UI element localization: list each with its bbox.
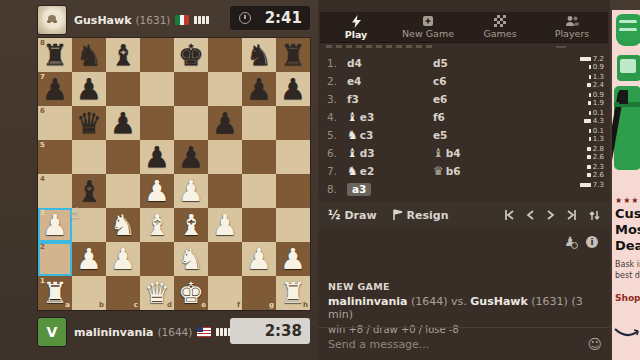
move-times: 2.32.6 [556, 164, 604, 179]
black-pawn[interactable]: ♟ [72, 72, 106, 106]
white-rook[interactable]: ♜ [38, 276, 72, 310]
ad-headline: Most [615, 222, 640, 237]
white-pawn[interactable]: ♟ [38, 208, 72, 242]
file-label: f [237, 301, 240, 309]
checkerboard-icon [494, 15, 506, 27]
first-move-icon[interactable] [503, 209, 515, 221]
square-a1[interactable]: 1a♜ [38, 276, 72, 310]
black-move[interactable]: d5 [433, 57, 519, 69]
square-b6[interactable]: ♛ [72, 106, 106, 140]
white-queen[interactable]: ♛ [140, 276, 174, 310]
piece-icon: ♞ [347, 130, 358, 140]
move-row: 7.♞e2♛b62.32.6 [318, 162, 610, 180]
move-number: 2. [327, 75, 347, 87]
white-pawn[interactable]: ♟ [140, 174, 174, 208]
square-g6[interactable] [242, 106, 276, 140]
black-move[interactable]: ♛b6 [433, 165, 519, 177]
square-c5[interactable] [106, 140, 140, 174]
square-c7[interactable] [106, 72, 140, 106]
nav-bar: PlayNew GameGamesPlayers [320, 12, 608, 43]
white-rook[interactable]: ♜ [276, 276, 310, 310]
white-move[interactable]: ♞e2 [347, 165, 433, 177]
square-g3[interactable] [242, 208, 276, 242]
file-label: g [269, 301, 274, 309]
square-c4[interactable] [106, 174, 140, 208]
player-rating: (1631) [136, 14, 171, 26]
square-e4[interactable]: ♟ [174, 174, 208, 208]
square-g5[interactable] [242, 140, 276, 174]
square-d6[interactable] [140, 106, 174, 140]
white-king[interactable]: ♚ [174, 276, 208, 310]
square-a8[interactable]: 8♜ [38, 38, 72, 72]
white-move[interactable]: d4 [347, 57, 433, 69]
tab-players[interactable]: Players [536, 12, 608, 42]
square-f3[interactable]: ♟ [208, 208, 242, 242]
black-knight[interactable]: ♞ [72, 38, 106, 72]
white-bishop[interactable]: ♝ [140, 208, 174, 242]
black-move[interactable]: e6 [433, 93, 519, 105]
move-number: 1. [327, 57, 347, 69]
square-b7[interactable]: ♟ [72, 72, 106, 106]
white-knight[interactable]: ♞ [174, 242, 208, 276]
blurred-text-dash [556, 46, 566, 48]
move-number: 6. [327, 147, 347, 159]
draw-button[interactable]: ½ Draw [328, 208, 377, 222]
square-g2[interactable]: ♟ [242, 242, 276, 276]
square-f6[interactable]: ♟ [208, 106, 242, 140]
black-pawn[interactable]: ♟ [208, 106, 242, 140]
black-pawn[interactable]: ♟ [140, 140, 174, 174]
square-e8[interactable]: ♚ [174, 38, 208, 72]
chat-input[interactable]: Send a message... [328, 338, 587, 351]
square-a6[interactable]: 6 [38, 106, 72, 140]
flag-icon [393, 209, 403, 221]
ad-headline: Custo [615, 206, 640, 221]
ad-stars: ★★★★ [615, 196, 640, 205]
square-d3[interactable]: ♝ [140, 208, 174, 242]
ad-body-text: best dea [615, 271, 640, 280]
move-times: 7.3 [556, 182, 604, 197]
square-d8[interactable] [140, 38, 174, 72]
square-c3[interactable]: ♞ [106, 208, 140, 242]
matchup-line: malininvania (1644) vs. GusHawk (1631) (… [328, 295, 602, 321]
square-c6[interactable]: ♟ [106, 106, 140, 140]
game-panel: PlayNew GameGamesPlayers 1.d4d57.20.92.e… [318, 0, 610, 360]
tab-new-game[interactable]: New Game [392, 12, 464, 42]
move-row: 8.a37.3 [318, 180, 610, 198]
white-move[interactable]: f3 [347, 93, 433, 105]
lightning-icon [351, 15, 362, 28]
black-bishop[interactable]: ♝ [106, 38, 140, 72]
square-d1[interactable]: d♛ [140, 276, 174, 310]
rank-label: 5 [40, 141, 45, 149]
move-times: 0.14.3 [556, 110, 604, 125]
white-bishop[interactable]: ♝ [174, 208, 208, 242]
move-row: 3.f3e60.91.9 [318, 90, 610, 108]
clock-icon [239, 12, 251, 24]
move-row: 4.♝e3f60.14.3 [318, 108, 610, 126]
white-pawn[interactable]: ♟ [174, 174, 208, 208]
resign-button[interactable]: Resign [393, 208, 449, 222]
square-g8[interactable]: ♞ [242, 38, 276, 72]
white-move[interactable]: ♞c3 [347, 129, 433, 141]
piece-icon: ♝ [347, 112, 358, 122]
white-move[interactable]: a3 [347, 183, 433, 196]
square-e1[interactable]: e♚ [174, 276, 208, 310]
white-pawn[interactable]: ♟ [208, 208, 242, 242]
ad-product-lid [617, 55, 640, 81]
info-icon[interactable]: i [586, 236, 598, 248]
rank-label: 4 [40, 175, 45, 183]
square-f2[interactable] [208, 242, 242, 276]
square-h1[interactable]: h♜ [276, 276, 310, 310]
player-name[interactable]: malininvania [74, 326, 153, 339]
black-pawn[interactable]: ♟ [38, 72, 72, 106]
ad-body-text: Bask in [615, 260, 640, 269]
square-b1[interactable]: b [72, 276, 106, 310]
square-f7[interactable] [208, 72, 242, 106]
white-move[interactable]: ♝d3 [347, 147, 433, 159]
new-game-title: NEW GAME [328, 281, 602, 292]
black-pawn[interactable]: ♟ [106, 106, 140, 140]
move-times: 7.20.9 [556, 56, 604, 71]
square-h5[interactable] [276, 140, 310, 174]
black-pawn[interactable]: ♟ [174, 140, 208, 174]
square-a5[interactable]: 5 [38, 140, 72, 174]
flip-board-icon[interactable] [589, 209, 600, 222]
player-name[interactable]: GusHawk [74, 14, 132, 27]
square-f1[interactable]: f [208, 276, 242, 310]
square-h6[interactable] [276, 106, 310, 140]
move-times: 1.32.4 [556, 74, 604, 89]
square-g4[interactable] [242, 174, 276, 208]
ad-product-cooler [614, 86, 640, 170]
move-number: 3. [327, 93, 347, 105]
top-player-row: GusHawk (1631) 2:41 [38, 6, 310, 34]
square-c1[interactable]: c [106, 276, 140, 310]
blurred-text-line [326, 45, 434, 48]
piece-icon: ♞ [347, 166, 358, 176]
tab-label: Games [483, 28, 516, 39]
move-row: 5.♞c3e50.11.3 [318, 126, 610, 144]
rank-label: 6 [40, 107, 45, 115]
square-e7[interactable] [174, 72, 208, 106]
square-h4[interactable] [276, 174, 310, 208]
white-pawn[interactable]: ♟ [242, 242, 276, 276]
black-move[interactable]: e5 [433, 129, 519, 141]
move-number: 4. [327, 111, 347, 123]
rank-label: 2 [40, 243, 45, 251]
ad-headline: Deals [615, 238, 640, 253]
black-pawn[interactable]: ♟ [242, 72, 276, 106]
black-move[interactable]: c6 [433, 75, 519, 87]
square-a4[interactable]: 4 [38, 174, 72, 208]
move-list: 1.d4d57.20.92.e4c61.32.43.f3e60.91.94.♝e… [318, 54, 610, 200]
square-e2[interactable]: ♞ [174, 242, 208, 276]
move-row: 6.♝d3♝b42.82.6 [318, 144, 610, 162]
chess-board[interactable]: 8♜♞♝♚♞♜7♟♟♟♟6♛♟♟5♟♟4♝♟♟3♟♞♝♝♟2♟♟♞♟♟1a♜bc… [38, 38, 310, 310]
square-b2[interactable]: ♟ [72, 242, 106, 276]
file-label: b [99, 301, 104, 309]
square-g1[interactable]: g [242, 276, 276, 310]
last-move-icon[interactable] [566, 209, 578, 221]
square-c2[interactable]: ♟ [106, 242, 140, 276]
people-icon [565, 15, 579, 27]
tab-label: New Game [402, 28, 454, 39]
black-bishop[interactable]: ♝ [72, 174, 106, 208]
black-move[interactable]: f6 [433, 111, 519, 123]
challenge-icon[interactable]: ♟ [564, 234, 576, 249]
square-d2[interactable] [140, 242, 174, 276]
move-number: 7. [327, 165, 347, 177]
move-number: 8. [327, 183, 347, 195]
black-move[interactable]: ♝b4 [433, 147, 519, 159]
square-d7[interactable] [140, 72, 174, 106]
square-f8[interactable] [208, 38, 242, 72]
hand-cursor: ☝ [70, 204, 79, 222]
black-queen[interactable]: ♛ [72, 106, 106, 140]
square-e6[interactable] [174, 106, 208, 140]
square-g7[interactable]: ♟ [242, 72, 276, 106]
ad-product-cap [616, 14, 640, 46]
square-b8[interactable]: ♞ [72, 38, 106, 72]
next-move-icon[interactable] [546, 209, 555, 221]
usa-flag-icon [197, 327, 211, 337]
square-h2[interactable]: ♟ [276, 242, 310, 276]
move-row: 2.e4c61.32.4 [318, 72, 610, 90]
white-pawn[interactable]: ♟ [72, 242, 106, 276]
square-a2[interactable]: 2 [38, 242, 72, 276]
rating-bars-icon [194, 16, 209, 24]
avatar[interactable]: V [38, 318, 66, 346]
white-pawn[interactable]: ♟ [106, 242, 140, 276]
ad-cta[interactable]: Shop no [615, 293, 640, 303]
square-b4[interactable]: ♝ [72, 174, 106, 208]
file-label: c [134, 301, 138, 309]
square-b5[interactable] [72, 140, 106, 174]
white-pawn[interactable]: ♟ [276, 242, 310, 276]
move-number: 5. [327, 129, 347, 141]
square-e5[interactable]: ♟ [174, 140, 208, 174]
square-a7[interactable]: 7♟ [38, 72, 72, 106]
rating-bars-icon [216, 328, 231, 336]
piece-icon: ♝ [433, 148, 444, 158]
piece-icon: ♝ [347, 148, 358, 158]
amazon-smile-icon [614, 326, 640, 342]
bottom-player-row: V malininvania (1644) 2:38 [38, 318, 310, 346]
square-c8[interactable]: ♝ [106, 38, 140, 72]
bottom-clock: 2:38 [230, 318, 310, 344]
square-h8[interactable]: ♜ [276, 38, 310, 72]
smiley-icon[interactable]: ☺ [587, 336, 602, 352]
game-controls: ½ Draw Resign [318, 202, 610, 228]
tab-play[interactable]: Play [320, 12, 392, 42]
square-e3[interactable]: ♝ [174, 208, 208, 242]
white-move[interactable]: ♝e3 [347, 111, 433, 123]
square-f4[interactable] [208, 174, 242, 208]
white-move[interactable]: e4 [347, 75, 433, 87]
ad-banner[interactable]: ★★★★ Custo Most Deals Bask in best dea S… [612, 10, 640, 360]
player-rating: (1644) [157, 326, 192, 338]
tab-games[interactable]: Games [464, 12, 536, 42]
black-rook[interactable]: ♜ [38, 38, 72, 72]
black-king[interactable]: ♚ [174, 38, 208, 72]
black-knight[interactable]: ♞ [242, 38, 276, 72]
black-pawn[interactable]: ♟ [276, 72, 310, 106]
half-icon: ½ [328, 208, 340, 222]
plus-square-icon [422, 15, 434, 27]
black-rook[interactable]: ♜ [276, 38, 310, 72]
white-knight[interactable]: ♞ [106, 208, 140, 242]
tab-label: Players [555, 28, 590, 39]
avatar[interactable] [38, 6, 66, 34]
square-h7[interactable]: ♟ [276, 72, 310, 106]
move-row: 1.d4d57.20.9 [318, 54, 610, 72]
mexico-flag-icon [175, 15, 189, 25]
prev-move-icon[interactable] [526, 209, 535, 221]
square-a3[interactable]: 3♟ [38, 208, 72, 242]
move-times: 0.91.9 [556, 92, 604, 107]
divider [318, 327, 610, 328]
tab-label: Play [345, 29, 368, 40]
move-times: 2.82.6 [556, 146, 604, 161]
square-h3[interactable] [276, 208, 310, 242]
move-times: 0.11.3 [556, 128, 604, 143]
piece-icon: ♛ [433, 166, 444, 176]
square-d5[interactable]: ♟ [140, 140, 174, 174]
top-clock: 2:41 [230, 6, 310, 30]
square-d4[interactable]: ♟ [140, 174, 174, 208]
square-f5[interactable] [208, 140, 242, 174]
